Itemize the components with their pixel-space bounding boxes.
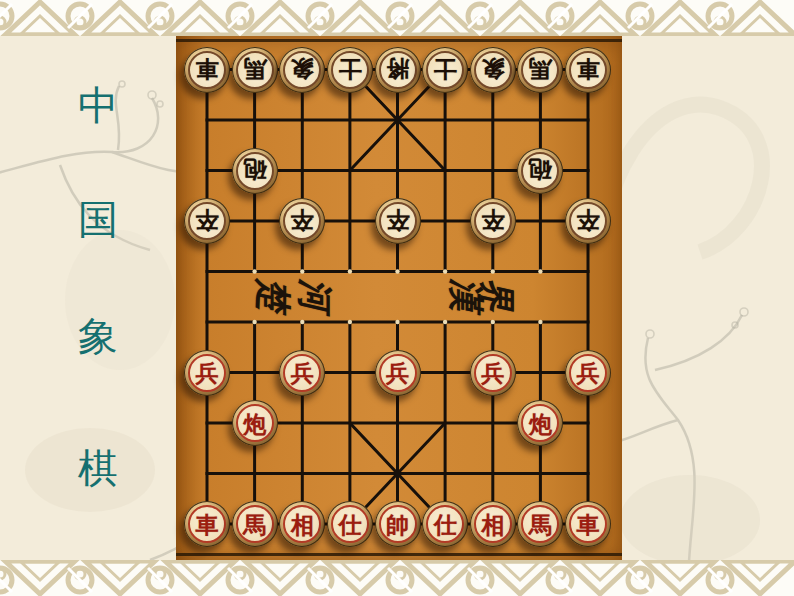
red-elephant-glyph: 相 xyxy=(291,513,314,536)
piece-red-cannon[interactable]: 炮 xyxy=(232,400,278,446)
black-horse-glyph: 馬 xyxy=(529,58,552,81)
red-horse-glyph: 馬 xyxy=(529,513,552,536)
river-label-han-2: 界 xyxy=(473,279,521,311)
piece-red-chariot[interactable]: 車 xyxy=(565,501,611,547)
black-chariot-glyph: 車 xyxy=(196,58,219,81)
red-general-glyph: 帥 xyxy=(386,513,409,536)
piece-red-elephant[interactable]: 相 xyxy=(470,501,516,547)
piece-black-soldier[interactable]: 卒 xyxy=(565,198,611,244)
piece-red-soldier[interactable]: 兵 xyxy=(470,350,516,396)
piece-red-advisor[interactable]: 仕 xyxy=(327,501,373,547)
piece-black-soldier[interactable]: 卒 xyxy=(470,198,516,244)
piece-black-general[interactable]: 將 xyxy=(375,47,421,93)
black-soldier-glyph: 卒 xyxy=(196,210,219,233)
piece-black-elephant[interactable]: 象 xyxy=(279,47,325,93)
piece-black-cannon[interactable]: 砲 xyxy=(232,148,278,194)
red-chariot-glyph: 車 xyxy=(577,513,600,536)
piece-black-soldier[interactable]: 卒 xyxy=(279,198,325,244)
slide-title-char-1: 中 xyxy=(77,84,119,126)
black-soldier-glyph: 卒 xyxy=(577,210,600,233)
piece-red-soldier[interactable]: 兵 xyxy=(184,350,230,396)
red-soldier-glyph: 兵 xyxy=(481,361,504,384)
xiangqi-board[interactable]: 楚 河 漢 界 車馬象士將士象馬車砲砲卒卒卒卒卒兵兵兵兵兵炮炮車馬相仕帥仕相馬車 xyxy=(176,36,622,560)
black-general-glyph: 將 xyxy=(386,58,409,81)
black-cannon-glyph: 砲 xyxy=(243,159,266,182)
red-horse-glyph: 馬 xyxy=(243,513,266,536)
black-soldier-glyph: 卒 xyxy=(386,210,409,233)
slide: 中 国 象 棋 xyxy=(0,0,794,596)
piece-black-cannon[interactable]: 砲 xyxy=(517,148,563,194)
red-soldier-glyph: 兵 xyxy=(291,361,314,384)
piece-red-general[interactable]: 帥 xyxy=(375,501,421,547)
piece-black-chariot[interactable]: 車 xyxy=(184,47,230,93)
black-chariot-glyph: 車 xyxy=(577,58,600,81)
piece-red-cannon[interactable]: 炮 xyxy=(517,400,563,446)
piece-black-horse[interactable]: 馬 xyxy=(232,47,278,93)
red-soldier-glyph: 兵 xyxy=(386,361,409,384)
piece-red-soldier[interactable]: 兵 xyxy=(565,350,611,396)
decorative-border-top xyxy=(0,0,794,36)
black-elephant-glyph: 象 xyxy=(291,58,314,81)
river-label-chu-2: 河 xyxy=(291,279,339,311)
piece-red-soldier[interactable]: 兵 xyxy=(375,350,421,396)
piece-black-advisor[interactable]: 士 xyxy=(422,47,468,93)
black-elephant-glyph: 象 xyxy=(481,58,504,81)
piece-red-horse[interactable]: 馬 xyxy=(517,501,563,547)
piece-black-elephant[interactable]: 象 xyxy=(470,47,516,93)
piece-red-advisor[interactable]: 仕 xyxy=(422,501,468,547)
black-cannon-glyph: 砲 xyxy=(529,159,552,182)
piece-black-horse[interactable]: 馬 xyxy=(517,47,563,93)
piece-red-elephant[interactable]: 相 xyxy=(279,501,325,547)
slide-title-char-2: 国 xyxy=(77,198,119,240)
black-soldier-glyph: 卒 xyxy=(481,210,504,233)
black-soldier-glyph: 卒 xyxy=(291,210,314,233)
piece-black-chariot[interactable]: 車 xyxy=(565,47,611,93)
decorative-border-bottom xyxy=(0,560,794,596)
red-cannon-glyph: 炮 xyxy=(529,412,552,435)
pieces-layer: 車馬象士將士象馬車砲砲卒卒卒卒卒兵兵兵兵兵炮炮車馬相仕帥仕相馬車 xyxy=(176,36,622,560)
piece-black-advisor[interactable]: 士 xyxy=(327,47,373,93)
black-advisor-glyph: 士 xyxy=(338,58,361,81)
red-chariot-glyph: 車 xyxy=(196,513,219,536)
red-soldier-glyph: 兵 xyxy=(196,361,219,384)
black-horse-glyph: 馬 xyxy=(243,58,266,81)
red-elephant-glyph: 相 xyxy=(481,513,504,536)
black-advisor-glyph: 士 xyxy=(434,58,457,81)
piece-black-soldier[interactable]: 卒 xyxy=(184,198,230,244)
red-cannon-glyph: 炮 xyxy=(243,412,266,435)
piece-red-chariot[interactable]: 車 xyxy=(184,501,230,547)
piece-red-soldier[interactable]: 兵 xyxy=(279,350,325,396)
red-advisor-glyph: 仕 xyxy=(434,513,457,536)
red-advisor-glyph: 仕 xyxy=(338,513,361,536)
piece-black-soldier[interactable]: 卒 xyxy=(375,198,421,244)
piece-red-horse[interactable]: 馬 xyxy=(232,501,278,547)
slide-title-char-4: 棋 xyxy=(77,447,119,489)
red-soldier-glyph: 兵 xyxy=(577,361,600,384)
slide-title-char-3: 象 xyxy=(77,315,119,357)
